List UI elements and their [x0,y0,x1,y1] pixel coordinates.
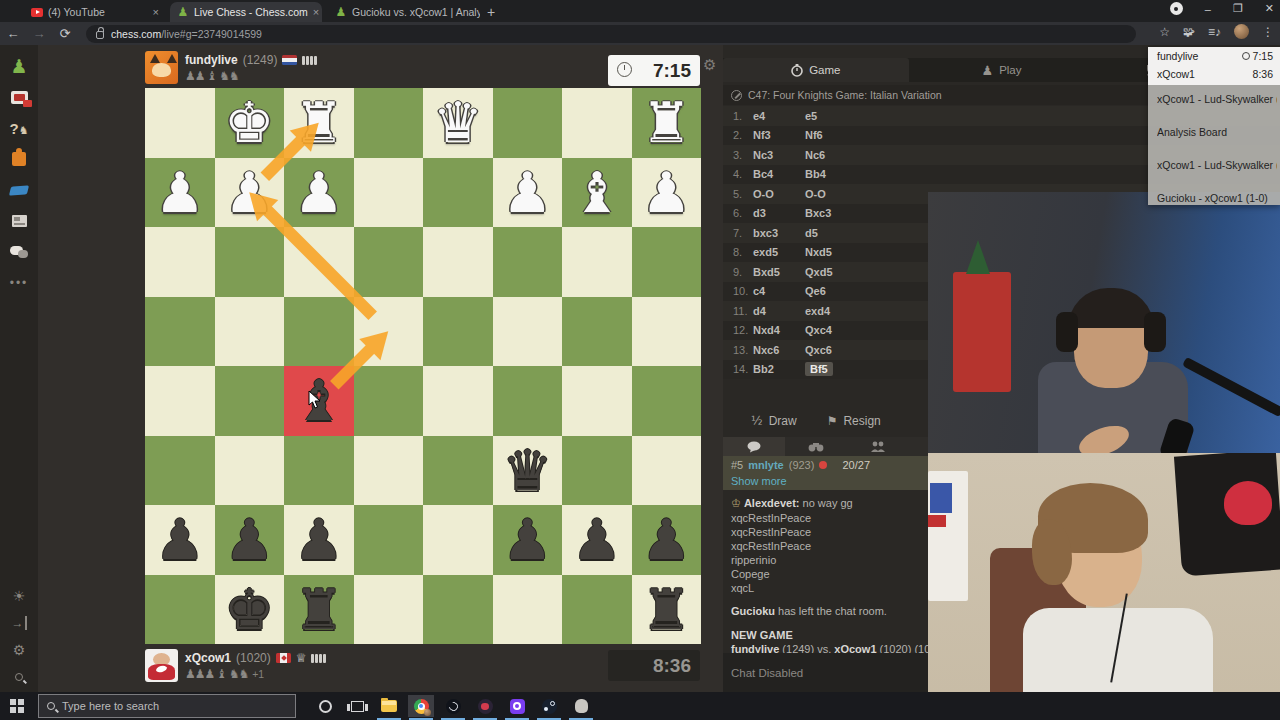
square-g4[interactable] [215,297,285,367]
piece-black-rook[interactable]: ♜ [641,575,691,645]
piece-black-pawn[interactable]: ♟ [502,505,552,575]
black-move[interactable]: Qxd5 [805,266,833,278]
taskbar-obs-icon[interactable] [440,695,466,717]
webcam-bottom-streamer [928,453,1280,720]
opening-name: C47: Four Knights Game: Italian Variatio… [748,89,942,101]
move-number: 13. [723,344,745,356]
square-b4[interactable] [562,297,632,367]
close-window-button[interactable]: ✕ [1265,2,1274,15]
square-h3[interactable] [145,227,215,297]
square-h7[interactable]: ♟ [145,505,215,575]
sidebar-collapse-icon[interactable]: → [0,610,38,636]
square-a5[interactable] [632,366,702,436]
browser-tabstrip: (4) YouTube × ♟ Live Chess - Chess.com ×… [0,0,1280,22]
youtube-icon [31,6,43,18]
player-rating-top: (1249) [243,53,278,67]
move-number: 5. [723,188,745,200]
chess-board: ♚♜♛♜♟♟♟♟♝♟♝♛♟♟♟♟♟♟♚♜♜ [145,88,701,644]
panel-tab-play[interactable]: ♟Play [909,58,1095,82]
black-move[interactable]: d5 [805,227,818,239]
square-h8[interactable] [145,575,215,645]
sidebar-live-tv-icon[interactable] [0,84,38,110]
white-move[interactable]: d3 [753,207,803,219]
windows-taskbar: Type here to search [0,692,1280,720]
sidebar-settings-icon[interactable]: ⚙ [0,637,38,663]
move-number: 12. [723,324,745,336]
piece-white-rook[interactable]: ♜ [294,88,344,158]
taskbar-search-input[interactable]: Type here to search [38,694,296,718]
piece-white-pawn[interactable]: ♟ [294,158,344,228]
square-e2[interactable] [354,158,424,228]
black-move[interactable]: Nxd5 [805,246,832,258]
move-number: 4. [723,168,745,180]
browser-toolbar: ← → ⟳ chess.com/live#g=23749014599 [0,22,1280,45]
black-move[interactable]: Nc6 [805,149,825,161]
move-number: 10. [723,285,745,297]
sidebar-chat-bubbles-icon[interactable] [0,239,38,265]
square-h5[interactable] [145,366,215,436]
square-h6[interactable] [145,436,215,506]
black-move[interactable]: Bxc3 [805,207,831,219]
tab-title: Live Chess - Chess.com [194,6,308,18]
clock-icon [617,62,632,77]
white-move[interactable]: Nxd4 [753,324,803,336]
tab-close-icon[interactable]: × [313,6,319,18]
new-tab-button[interactable]: + [487,4,495,20]
black-move[interactable]: Qxc6 [805,344,832,356]
crown-badge-icon: ♕ [296,652,307,664]
piece-black-pawn[interactable]: ♟ [572,505,622,575]
square-a6[interactable] [632,436,702,506]
standing-rating: (923) [789,459,815,471]
standing-username[interactable]: mnlyte [748,459,783,471]
game-list-dropdown: fundylive 7:15 xQcow1 8:36 xQcow1 - Lud-… [1148,47,1280,205]
white-move[interactable]: bxc3 [753,227,803,239]
profile-avatar[interactable] [1234,24,1249,39]
tab-spectators-binoculars-icon[interactable] [785,437,847,456]
taskbar-chrome-icon[interactable] [408,695,434,717]
dropdown-game-row[interactable]: fundylive 7:15 [1157,50,1273,62]
square-a3[interactable] [632,227,702,297]
tab-title: Gucioku vs. xQcow1 | Analysis - C [352,6,480,18]
dropdown-item[interactable]: xQcow1 - Lud-Skywalker (0-1) [1157,93,1277,105]
square-c6[interactable]: ♛ [493,436,563,506]
resign-button[interactable]: ⚑Resign [827,414,881,428]
white-move[interactable]: Nc3 [753,149,803,161]
piece-black-king[interactable]: ♚ [224,575,274,645]
clock-icon [1242,52,1250,60]
avatar-xqcow1[interactable] [145,649,178,682]
captured-pieces-top: ♟♟ ♝ ♞♞ [185,69,238,83]
sidebar-search-icon[interactable] [0,664,38,690]
black-move[interactable]: exd4 [805,305,830,317]
white-move[interactable]: Nf3 [753,129,803,141]
address-bar[interactable]: chess.com/live#g=23749014599 [86,25,1136,43]
lock-icon [96,31,104,39]
start-button-icon[interactable] [10,699,24,713]
player-rating-bottom: (1020) [236,651,271,665]
bookmark-star-icon[interactable]: ☆ [1159,25,1170,39]
standing-rank: #5 [731,459,743,471]
minimize-button[interactable]: – [1205,3,1211,15]
white-move[interactable]: Nxc6 [753,344,803,356]
square-g7[interactable]: ♟ [215,505,285,575]
move-number: 6. [723,207,745,219]
dropdown-item[interactable]: Gucioku - xQcow1 (1-0) [1157,192,1268,204]
square-e5[interactable] [354,366,424,436]
square-b1[interactable] [562,88,632,158]
black-move[interactable]: Bf5 [805,363,833,375]
clock-black: 8:36 [608,650,700,681]
piece-white-pawn[interactable]: ♟ [155,158,205,228]
menu-dots-icon[interactable]: ⋮ [1262,25,1274,39]
flag-canada-icon [276,653,291,663]
square-d6[interactable] [423,436,493,506]
white-move[interactable]: O-O [753,188,803,200]
black-move[interactable]: e5 [805,110,817,122]
player-name-top[interactable]: fundylive [185,53,238,67]
media-list-icon[interactable]: ≡♪ [1208,25,1221,39]
move-number: 1. [723,110,745,122]
forward-icon[interactable]: → [26,26,52,41]
tab-chat-bubble-icon[interactable] [723,437,785,456]
chess-pawn-icon: ♟ [335,6,347,18]
draw-button[interactable]: ½Draw [751,414,797,428]
move-number: 2. [723,129,745,141]
piece-white-pawn[interactable]: ♟ [641,158,691,228]
square-g8[interactable]: ♚ [215,575,285,645]
piece-black-pawn[interactable]: ♟ [155,505,205,575]
square-e6[interactable] [354,436,424,506]
piece-white-bishop[interactable]: ♝ [572,158,622,228]
square-g6[interactable] [215,436,285,506]
avatar-fundylive[interactable] [145,51,178,84]
square-c7[interactable]: ♟ [493,505,563,575]
dropdown-item[interactable]: Analysis Board [1157,126,1227,138]
black-move[interactable]: Bb4 [805,168,826,180]
square-c2[interactable]: ♟ [493,158,563,228]
board-settings-gear-icon[interactable]: ⚙ [703,56,716,74]
dropdown-items: xQcow1 - Lud-Skywalker (0-1)Analysis Boa… [1148,85,1280,205]
sidebar-more-dots-icon[interactable]: ••• [0,270,38,296]
taskbar-discord-icon[interactable] [472,695,498,717]
square-c8[interactable] [493,575,563,645]
search-icon [47,702,55,710]
sidebar-play-pawn-icon[interactable]: ♟ [0,53,38,79]
square-f2[interactable]: ♟ [284,158,354,228]
sidebar-news-icon[interactable] [0,208,38,234]
square-f4[interactable] [284,297,354,367]
taskbar-streamlabs-icon[interactable] [504,695,530,717]
move-number: 9. [723,266,745,278]
taskbar-steam-icon[interactable] [536,695,562,717]
clock-white: 7:15 [608,55,700,86]
taskbar-file-explorer-icon[interactable] [376,695,402,717]
piece-white-queen[interactable]: ♛ [433,88,483,158]
black-move[interactable]: Qxc4 [805,324,832,336]
square-c3[interactable] [493,227,563,297]
piece-black-pawn[interactable]: ♟ [641,505,691,575]
white-move[interactable]: Bxd5 [753,266,803,278]
square-d4[interactable] [423,297,493,367]
dropdown-game-row[interactable]: xQcow1 8:36 [1157,68,1273,80]
square-f7[interactable]: ♟ [284,505,354,575]
tally-bars [302,56,317,65]
crown-icon: ♔ [731,497,741,510]
player-name-bottom[interactable]: xQcow1 [185,651,231,665]
captured-pieces-bottom: ♟♟♟ ♝ ♞♞+1 [185,667,264,681]
square-d2[interactable] [423,158,493,228]
tab-title: (4) YouTube [48,6,105,18]
screen: (4) YouTube × ♟ Live Chess - Chess.com ×… [0,0,1280,720]
square-g3[interactable] [215,227,285,297]
extensions-puzzle-icon[interactable]: 🧩︎ [1183,25,1195,39]
square-f5[interactable]: ♝ [284,366,354,436]
square-c1[interactable] [493,88,563,158]
webcam-top-streamer [928,192,1280,453]
white-move[interactable]: c4 [753,285,803,297]
white-move[interactable]: exd5 [753,246,803,258]
square-e4[interactable] [354,297,424,367]
panel-tab-game[interactable]: Game [723,58,909,82]
square-h4[interactable] [145,297,215,367]
chesscom-sidebar: ♟?♞•••☀→⚙? [0,45,38,692]
square-f1[interactable]: ♜ [284,88,354,158]
square-e3[interactable] [354,227,424,297]
status-dot-icon [819,461,827,469]
search-placeholder: Type here to search [62,700,159,712]
move-number: 11. [723,305,745,317]
standing-score: 20/27 [842,459,870,471]
sidebar-learn-cap-icon[interactable] [0,177,38,203]
tab-analysis[interactable]: ♟ Gucioku vs. xQcow1 | Analysis - C × [328,2,480,22]
taskbar-cortana-icon[interactable] [312,695,338,717]
white-move[interactable]: e4 [753,110,803,122]
white-move[interactable]: Bc4 [753,168,803,180]
tab-youtube[interactable]: (4) YouTube × [24,2,166,22]
move-number: 8. [723,246,745,258]
square-a8[interactable]: ♜ [632,575,702,645]
flag-netherlands-icon [282,55,297,65]
media-controls-icon[interactable] [1170,2,1183,15]
square-b3[interactable] [562,227,632,297]
black-move[interactable]: Nf6 [805,129,823,141]
square-h2[interactable]: ♟ [145,158,215,228]
square-c5[interactable] [493,366,563,436]
square-g2[interactable]: ♟ [215,158,285,228]
square-d5[interactable] [423,366,493,436]
square-a4[interactable] [632,297,702,367]
square-e8[interactable] [354,575,424,645]
move-number: 3. [723,149,745,161]
square-b7[interactable]: ♟ [562,505,632,575]
piece-black-pawn[interactable]: ♟ [294,505,344,575]
piece-white-king[interactable]: ♚ [224,88,274,158]
black-move[interactable]: Qe6 [805,285,826,297]
square-d8[interactable] [423,575,493,645]
sidebar-puzzle-piece-icon[interactable] [0,146,38,172]
square-d1[interactable]: ♛ [423,88,493,158]
url-text: chess.com/live#g=23749014599 [111,28,262,40]
show-more-link[interactable]: Show more [731,475,787,487]
square-d3[interactable] [423,227,493,297]
opening-explorer-icon [731,90,742,101]
move-number: 7. [723,227,745,239]
square-c4[interactable] [493,297,563,367]
taskbar-app-icon[interactable] [568,695,594,717]
maximize-button[interactable]: ❐ [1233,2,1243,15]
taskbar-task-view-icon[interactable] [344,695,370,717]
square-b2[interactable]: ♝ [562,158,632,228]
piece-white-rook[interactable]: ♜ [641,88,691,158]
square-e7[interactable] [354,505,424,575]
square-d7[interactable] [423,505,493,575]
dropdown-item[interactable]: xQcow1 - Lud-Skywalker (0-1) [1157,159,1277,171]
tally-bars [311,654,326,663]
square-f6[interactable] [284,436,354,506]
black-move[interactable]: O-O [805,188,826,200]
square-f3[interactable] [284,227,354,297]
piece-black-queen[interactable]: ♛ [502,436,552,506]
tab-players-people-icon[interactable] [847,437,909,456]
sidebar-puzzle-question-icon[interactable]: ?♞ [0,115,38,141]
square-b8[interactable] [562,575,632,645]
sidebar-theme-icon[interactable]: ☀ [0,583,38,609]
square-g1[interactable]: ♚ [215,88,285,158]
square-g5[interactable] [215,366,285,436]
square-b5[interactable] [562,366,632,436]
square-e1[interactable] [354,88,424,158]
square-a7[interactable]: ♟ [632,505,702,575]
square-h1[interactable] [145,88,215,158]
white-move[interactable]: Bb2 [753,363,803,375]
tab-live-chess[interactable]: ♟ Live Chess - Chess.com × [170,2,322,22]
square-a2[interactable]: ♟ [632,158,702,228]
piece-white-pawn[interactable]: ♟ [224,158,274,228]
white-move[interactable]: d4 [753,305,803,317]
tab-close-icon[interactable]: × [153,6,159,18]
square-f8[interactable]: ♜ [284,575,354,645]
chess-pawn-icon: ♟ [177,6,189,18]
reload-icon[interactable]: ⟳ [52,26,78,41]
square-a1[interactable]: ♜ [632,88,702,158]
piece-black-rook[interactable]: ♜ [294,575,344,645]
move-number: 14. [723,363,745,375]
back-icon[interactable]: ← [0,26,26,41]
piece-white-pawn[interactable]: ♟ [502,158,552,228]
square-b6[interactable] [562,436,632,506]
piece-black-bishop[interactable]: ♝ [294,366,344,436]
piece-black-pawn[interactable]: ♟ [224,505,274,575]
